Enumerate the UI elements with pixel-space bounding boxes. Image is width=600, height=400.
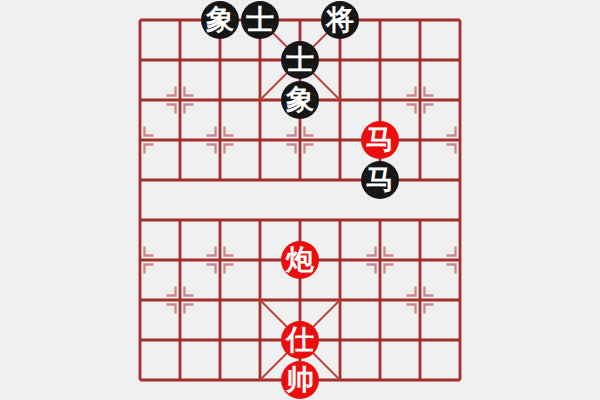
piece-black-elephant[interactable]: 象 xyxy=(201,1,239,39)
piece-black-advisor[interactable]: 士 xyxy=(281,41,319,79)
piece-black-advisor[interactable]: 士 xyxy=(241,1,279,39)
piece-red-advisor[interactable]: 仕 xyxy=(281,321,319,359)
piece-black-elephant[interactable]: 象 xyxy=(281,81,319,119)
pieces-layer: 象士将士象马马炮仕帅 xyxy=(0,0,600,400)
piece-black-horse[interactable]: 马 xyxy=(361,161,399,199)
piece-black-general[interactable]: 将 xyxy=(321,1,359,39)
piece-red-general[interactable]: 帅 xyxy=(281,361,319,399)
xiangqi-board: 象士将士象马马炮仕帅 xyxy=(0,0,600,400)
piece-red-horse[interactable]: 马 xyxy=(361,121,399,159)
piece-red-cannon[interactable]: 炮 xyxy=(281,241,319,279)
